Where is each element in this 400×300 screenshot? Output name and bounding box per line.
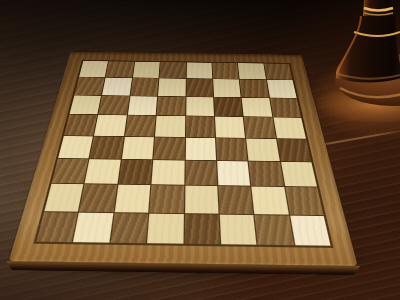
square-f8 [212, 63, 239, 79]
square-g3 [249, 161, 284, 186]
square-d1 [147, 213, 183, 243]
square-b5 [94, 115, 126, 136]
square-e7 [186, 79, 213, 97]
square-a2 [44, 184, 83, 211]
square-g1 [255, 215, 294, 245]
square-a4 [58, 136, 93, 159]
square-a6 [70, 95, 102, 114]
square-b8 [106, 61, 134, 77]
scene [0, 0, 400, 300]
square-e2 [185, 186, 219, 213]
square-f5 [215, 117, 245, 138]
chess-board-3d [9, 52, 358, 266]
square-e6 [186, 97, 214, 116]
square-f2 [218, 186, 253, 213]
square-d6 [157, 96, 185, 115]
square-h7 [267, 80, 297, 98]
square-g2 [252, 187, 289, 215]
square-b7 [102, 78, 131, 96]
square-h8 [264, 64, 293, 80]
square-h6 [270, 98, 301, 117]
square-c7 [130, 78, 158, 96]
square-a8 [79, 61, 108, 77]
square-f3 [217, 161, 250, 186]
square-e3 [185, 160, 217, 185]
square-h4 [277, 139, 312, 162]
board-perspective [46, 0, 324, 276]
square-c6 [128, 96, 158, 115]
square-d4 [153, 137, 184, 160]
square-d3 [152, 160, 185, 185]
square-e5 [186, 116, 215, 137]
square-f6 [214, 97, 243, 116]
square-e1 [184, 214, 220, 244]
square-a3 [52, 159, 89, 184]
square-e8 [186, 62, 212, 78]
square-d5 [155, 116, 185, 137]
square-f7 [213, 79, 241, 97]
square-h5 [273, 117, 306, 138]
square-g6 [242, 98, 272, 117]
square-h2 [285, 187, 323, 215]
square-g7 [240, 80, 269, 98]
lamp-bell [336, 14, 400, 83]
board-squares [35, 60, 332, 246]
square-d2 [149, 185, 183, 212]
square-h3 [281, 162, 317, 187]
square-c1 [110, 213, 148, 243]
square-b4 [90, 136, 124, 159]
square-b1 [73, 212, 113, 242]
square-f1 [220, 214, 257, 244]
square-c2 [114, 185, 150, 212]
square-g4 [246, 138, 279, 161]
square-f4 [216, 138, 248, 161]
square-c8 [133, 62, 160, 78]
square-c5 [125, 115, 156, 136]
square-h1 [290, 215, 331, 245]
square-g8 [238, 63, 266, 79]
chess-board [9, 52, 358, 266]
square-a1 [36, 212, 78, 242]
square-a5 [64, 115, 97, 136]
square-d8 [159, 62, 185, 78]
square-c4 [122, 137, 154, 160]
square-g5 [244, 117, 276, 138]
square-b6 [99, 96, 130, 115]
square-b3 [85, 159, 121, 184]
square-d7 [158, 79, 185, 97]
square-e4 [185, 137, 216, 160]
square-a7 [75, 77, 105, 95]
square-c3 [118, 160, 152, 185]
square-b2 [79, 184, 117, 211]
